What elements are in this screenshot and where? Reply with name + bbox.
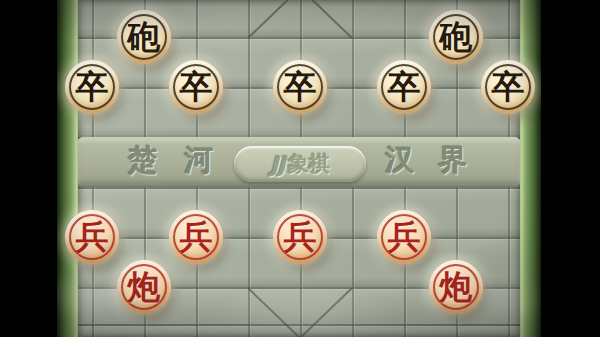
piece-glyph: 兵 <box>169 210 223 264</box>
piece-glyph: 砲 <box>429 10 483 64</box>
pieces-layer: 砲砲卒卒卒卒卒兵兵兵兵炮炮 <box>57 0 541 337</box>
piece-glyph: 卒 <box>65 60 119 114</box>
piece-glyph: 砲 <box>117 10 171 64</box>
xiangqi-board: 楚 河 JJ 象棋 汉 界 砲砲卒卒卒卒卒兵兵兵兵炮炮 <box>57 0 541 337</box>
piece-black-cannon[interactable]: 砲 <box>429 10 483 64</box>
piece-red-cannon[interactable]: 炮 <box>117 260 171 314</box>
piece-black-soldier[interactable]: 卒 <box>273 60 327 114</box>
piece-black-soldier[interactable]: 卒 <box>169 60 223 114</box>
piece-glyph: 卒 <box>377 60 431 114</box>
piece-red-cannon[interactable]: 炮 <box>429 260 483 314</box>
piece-red-soldier[interactable]: 兵 <box>65 210 119 264</box>
piece-glyph: 兵 <box>65 210 119 264</box>
game-screen: 楚 河 JJ 象棋 汉 界 砲砲卒卒卒卒卒兵兵兵兵炮炮 <box>0 0 600 337</box>
piece-glyph: 卒 <box>481 60 535 114</box>
piece-glyph: 炮 <box>117 260 171 314</box>
piece-black-soldier[interactable]: 卒 <box>481 60 535 114</box>
piece-red-soldier[interactable]: 兵 <box>273 210 327 264</box>
piece-black-soldier[interactable]: 卒 <box>65 60 119 114</box>
piece-glyph: 卒 <box>169 60 223 114</box>
piece-red-soldier[interactable]: 兵 <box>377 210 431 264</box>
piece-red-soldier[interactable]: 兵 <box>169 210 223 264</box>
piece-glyph: 兵 <box>273 210 327 264</box>
piece-black-cannon[interactable]: 砲 <box>117 10 171 64</box>
letterbox-right <box>541 0 600 337</box>
piece-black-soldier[interactable]: 卒 <box>377 60 431 114</box>
letterbox-left <box>0 0 57 337</box>
piece-glyph: 卒 <box>273 60 327 114</box>
piece-glyph: 兵 <box>377 210 431 264</box>
piece-glyph: 炮 <box>429 260 483 314</box>
